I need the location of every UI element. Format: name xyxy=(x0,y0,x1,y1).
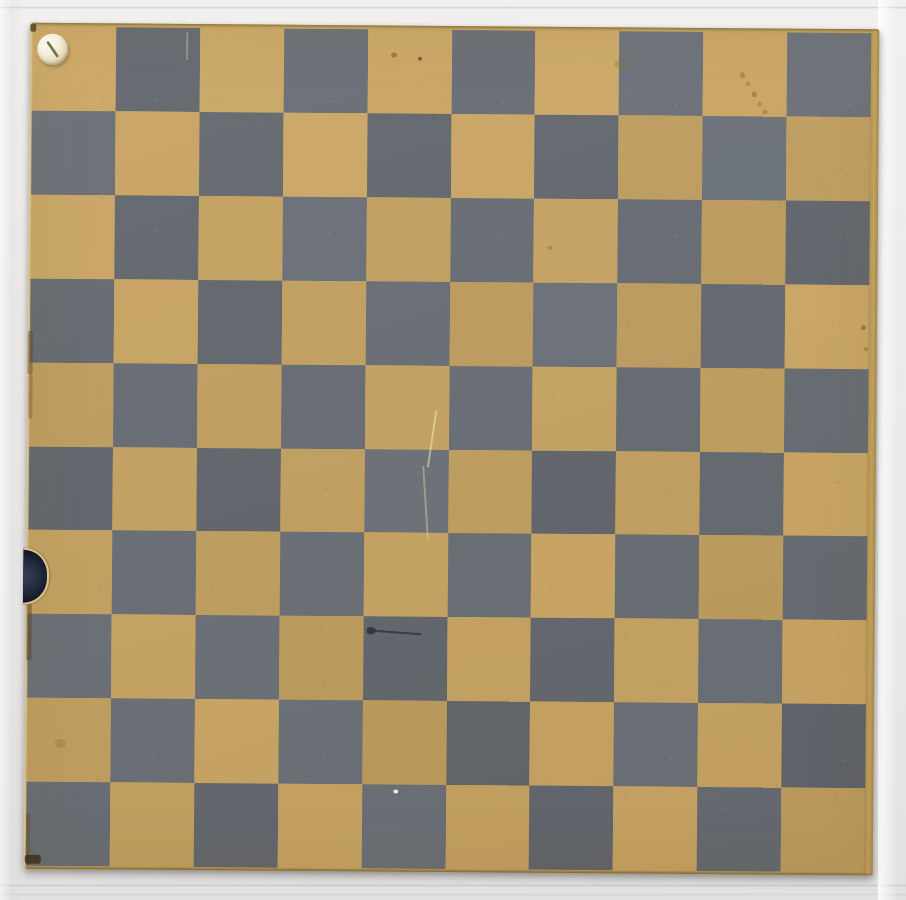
board-square xyxy=(703,32,788,117)
board-square xyxy=(451,30,536,115)
board-square xyxy=(26,782,111,867)
board-square xyxy=(194,699,279,784)
board-square xyxy=(446,701,531,786)
board-square xyxy=(447,617,532,702)
board-square xyxy=(364,449,449,534)
board-square xyxy=(283,29,368,114)
board-square xyxy=(782,620,867,705)
board-square xyxy=(530,618,615,703)
screw-fastener xyxy=(37,34,68,65)
board-square xyxy=(365,365,450,450)
board-square xyxy=(531,534,616,619)
board-square xyxy=(110,699,195,784)
board-square xyxy=(787,33,872,118)
board-square xyxy=(450,114,535,199)
board-square xyxy=(110,782,195,867)
board-square xyxy=(701,284,786,369)
board-square xyxy=(700,451,785,536)
board-square xyxy=(362,700,447,785)
board-square xyxy=(363,533,448,618)
board-square xyxy=(113,363,198,448)
checkerboard xyxy=(24,23,880,876)
board-grid xyxy=(26,27,872,873)
fabric-right-sheen xyxy=(878,0,898,900)
board-square xyxy=(280,448,365,533)
board-square xyxy=(199,28,284,113)
board-square xyxy=(367,113,452,198)
board-square xyxy=(445,785,530,870)
board-square xyxy=(783,452,868,537)
fabric-fold xyxy=(0,6,906,9)
board-square xyxy=(448,366,533,451)
board-square xyxy=(279,616,364,701)
board-square xyxy=(532,450,617,535)
board-square xyxy=(700,368,785,453)
board-square xyxy=(533,282,618,367)
board-square xyxy=(618,115,703,200)
fabric-fold xyxy=(0,884,906,887)
board-square xyxy=(613,786,698,871)
fabric-left-sheen xyxy=(0,0,24,900)
board-square xyxy=(111,615,196,700)
board-square xyxy=(699,535,784,620)
board-square xyxy=(529,786,614,871)
board-square xyxy=(26,698,111,783)
screw-slot-icon xyxy=(46,41,59,58)
board-square xyxy=(532,366,617,451)
board-square xyxy=(619,31,704,116)
board-square xyxy=(281,280,366,365)
board-square xyxy=(198,196,283,281)
board-square xyxy=(278,700,363,785)
board-square xyxy=(30,278,115,363)
board-square xyxy=(277,784,362,869)
board-square xyxy=(29,362,114,447)
board-square xyxy=(450,198,535,283)
board-square xyxy=(614,619,699,704)
board-square xyxy=(535,31,620,116)
board-square xyxy=(447,533,532,618)
board-square xyxy=(617,283,702,368)
board-square xyxy=(116,27,201,112)
board-square xyxy=(199,112,284,197)
board-square xyxy=(114,195,199,280)
board-square xyxy=(27,614,112,699)
board-square xyxy=(114,279,199,364)
board-square xyxy=(785,200,870,285)
board-square xyxy=(697,787,782,872)
board-square xyxy=(194,783,279,868)
board-square xyxy=(112,447,197,532)
board-square xyxy=(279,532,364,617)
board-square xyxy=(783,536,868,621)
board-square xyxy=(363,617,448,702)
board-square xyxy=(283,113,368,198)
board-square xyxy=(367,29,452,114)
board-square xyxy=(28,446,113,531)
board-square xyxy=(361,784,446,869)
board-square xyxy=(31,111,116,196)
board-square xyxy=(784,368,869,453)
fabric-fold xyxy=(0,893,906,896)
board-square xyxy=(616,451,701,536)
board-square xyxy=(115,111,200,196)
board-square xyxy=(366,197,451,282)
board-square xyxy=(195,531,280,616)
board-square xyxy=(781,704,866,789)
board-square xyxy=(616,367,701,452)
board-square xyxy=(197,280,282,365)
board-square xyxy=(618,199,703,284)
board-square xyxy=(614,702,699,787)
board-square xyxy=(786,117,871,202)
board-square xyxy=(534,115,619,200)
board-square xyxy=(448,449,533,534)
board-square xyxy=(785,284,870,369)
board-square xyxy=(701,200,786,285)
board-square xyxy=(281,364,366,449)
board-square xyxy=(282,196,367,281)
board-square xyxy=(534,198,619,283)
board-square xyxy=(195,615,280,700)
board-square xyxy=(781,788,866,873)
board-square xyxy=(615,535,700,620)
board-square xyxy=(30,194,115,279)
board-square xyxy=(449,282,534,367)
board-square xyxy=(196,447,281,532)
board-square xyxy=(698,703,783,788)
board-square xyxy=(197,364,282,449)
board-square xyxy=(698,619,783,704)
board-square xyxy=(530,702,615,787)
board-square xyxy=(702,116,787,201)
board-square xyxy=(112,531,197,616)
board-square xyxy=(365,281,450,366)
